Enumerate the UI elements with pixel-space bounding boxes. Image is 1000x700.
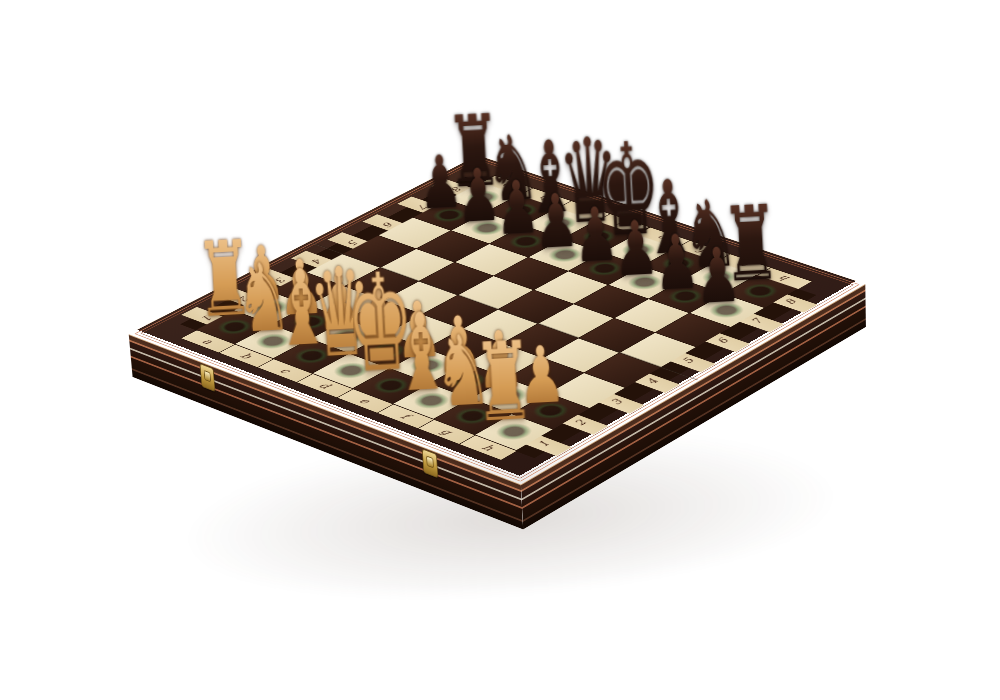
chess-board: abcdefgh abcdefgh 87654321 87654321 ♜♞♝♛… [133, 196, 866, 529]
knight-glyph: ♞ [483, 123, 541, 216]
rank-label-8: 8 [431, 179, 482, 199]
pawn-glyph: ♟ [693, 237, 742, 315]
product-photo: abcdefgh abcdefgh 87654321 87654321 ♜♞♝♛… [0, 0, 1000, 700]
black-pawn-h7: ♟ [686, 171, 747, 315]
black-pawn-b7: ♟ [448, 94, 507, 233]
piece-felt-shadow [497, 199, 546, 220]
piece-felt-shadow [463, 217, 512, 238]
piece-felt-shadow [579, 257, 629, 279]
scene: abcdefgh abcdefgh 87654321 87654321 ♜♞♝♛… [0, 0, 1000, 700]
rook-glyph: ♜ [471, 326, 537, 437]
square-c7 [490, 226, 562, 257]
brass-clasp [422, 448, 438, 478]
brass-clasp [200, 363, 216, 392]
rank-label-7: 7 [397, 197, 448, 217]
piece-felt-shadow [574, 225, 624, 246]
piece-felt-shadow [535, 212, 584, 233]
board-top: abcdefgh abcdefgh 87654321 87654321 ♜♞♝♛… [129, 155, 866, 484]
piece-felt-shadow [540, 244, 590, 266]
camera-tilt: abcdefgh abcdefgh 87654321 87654321 ♜♞♝♛… [0, 0, 1000, 700]
square-d7 [529, 239, 601, 270]
square-e7 [568, 253, 641, 285]
white-rook-h1: ♜ [471, 287, 535, 437]
piece-felt-shadow [501, 230, 551, 251]
